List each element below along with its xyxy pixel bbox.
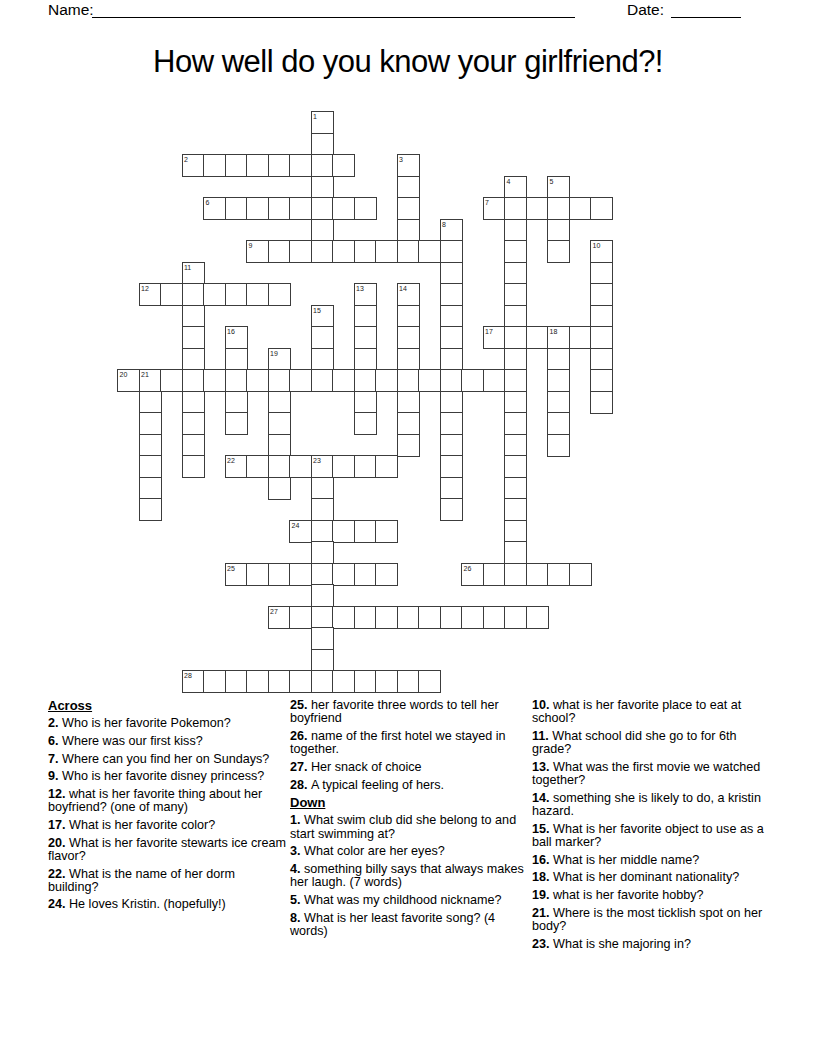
grid-cell <box>397 154 420 177</box>
grid-cell <box>182 348 205 371</box>
grid-cell <box>397 197 420 220</box>
clue-text: What is she majoring in? <box>553 937 691 951</box>
grid-cell <box>569 326 592 349</box>
across-clue-22: 22. What is the name of her dorm buildin… <box>48 868 288 894</box>
clue-text: He loves Kristin. (hopefully!) <box>69 897 226 911</box>
across-clue-26: 26. name of the first hotel we stayed in… <box>290 730 530 756</box>
grid-cell <box>268 412 291 435</box>
grid-cell <box>225 283 248 306</box>
grid-cell <box>332 670 355 693</box>
grid-cell <box>311 455 334 478</box>
grid-cell <box>139 391 162 414</box>
grid-cell <box>332 563 355 586</box>
grid-cell <box>268 670 291 693</box>
grid-cell <box>397 326 420 349</box>
grid-cell <box>397 305 420 328</box>
grid-cell <box>182 455 205 478</box>
grid-cell <box>311 627 334 650</box>
grid-cell <box>311 606 334 629</box>
grid-cell <box>547 240 570 263</box>
grid-cell <box>504 412 527 435</box>
grid-cell <box>397 369 420 392</box>
grid-cell <box>590 326 613 349</box>
clue-text: What was the first movie we watched toge… <box>532 760 760 787</box>
grid-cell <box>289 563 312 586</box>
grid-cell <box>289 606 312 629</box>
grid-cell <box>268 283 291 306</box>
grid-cell <box>354 305 377 328</box>
grid-cell <box>461 606 484 629</box>
grid-cell <box>311 111 334 134</box>
grid-cell <box>547 563 570 586</box>
grid-cell <box>332 455 355 478</box>
grid-cell <box>246 283 269 306</box>
grid-cell <box>526 606 549 629</box>
clue-number-label: 14. <box>532 791 553 805</box>
grid-cell <box>311 369 334 392</box>
grid-cell <box>182 369 205 392</box>
grid-cell <box>354 369 377 392</box>
grid-cell <box>547 348 570 371</box>
grid-cell <box>590 305 613 328</box>
down-clue-4: 4. something billy says that always make… <box>290 863 530 889</box>
down-clue-3: 3. What color are her eyes? <box>290 845 530 858</box>
grid-cell <box>440 434 463 457</box>
grid-cell <box>311 219 334 242</box>
grid-cell <box>483 326 506 349</box>
grid-cell <box>289 240 312 263</box>
clue-number-label: 7. <box>48 752 62 766</box>
name-label: Name: <box>48 1 94 19</box>
grid-cell <box>139 283 162 306</box>
grid-cell <box>504 541 527 564</box>
grid-cell <box>569 563 592 586</box>
grid-cell <box>440 326 463 349</box>
grid-cell <box>354 455 377 478</box>
across-clue-24: 24. He loves Kristin. (hopefully!) <box>48 898 288 911</box>
down-clue-10: 10. what is her favorite place to eat at… <box>532 699 772 725</box>
grid-cell <box>504 348 527 371</box>
grid-cell <box>504 176 527 199</box>
clue-text: What is the name of her dorm building? <box>48 867 235 894</box>
grid-cell <box>590 197 613 220</box>
clue-number-label: 12. <box>48 787 69 801</box>
grid-cell <box>246 563 269 586</box>
grid-cell <box>504 391 527 414</box>
clue-number-label: 20. <box>48 836 69 850</box>
grid-cell <box>504 520 527 543</box>
grid-cell <box>311 176 334 199</box>
grid-cell <box>225 455 248 478</box>
grid-cell <box>504 197 527 220</box>
grid-cell <box>311 133 334 156</box>
grid-cell <box>354 391 377 414</box>
worksheet-page: Name: Date: How well do you know your gi… <box>0 0 816 1056</box>
grid-cell <box>354 326 377 349</box>
clue-number-label: 5. <box>290 893 304 907</box>
grid-cell <box>182 305 205 328</box>
clue-number-label: 27. <box>290 760 311 774</box>
grid-cell <box>440 391 463 414</box>
grid-cell <box>590 262 613 285</box>
grid-cell <box>311 154 334 177</box>
grid-cell <box>246 154 269 177</box>
grid-cell <box>440 412 463 435</box>
grid-cell <box>504 563 527 586</box>
across-clue-17: 17. What is her favorite color? <box>48 819 288 832</box>
grid-cell <box>268 477 291 500</box>
grid-cell <box>268 434 291 457</box>
grid-cell <box>268 563 291 586</box>
grid-cell <box>289 197 312 220</box>
clue-number-label: 1. <box>290 813 304 827</box>
grid-cell <box>440 477 463 500</box>
grid-cell <box>397 240 420 263</box>
grid-cell <box>547 219 570 242</box>
date-blank-line <box>671 0 741 18</box>
grid-cell <box>182 262 205 285</box>
grid-cell <box>397 670 420 693</box>
clue-number-label: 6. <box>48 734 62 748</box>
down-clue-19: 19. what is her favorite hobby? <box>532 889 772 902</box>
grid-cell <box>397 219 420 242</box>
clue-number-label: 8. <box>290 911 304 925</box>
clue-column-2: 25. her favorite three words to tell her… <box>290 699 530 943</box>
grid-cell <box>504 283 527 306</box>
clue-text: What is her favorite object to use as a … <box>532 822 764 849</box>
grid-cell <box>590 283 613 306</box>
clue-text: What swim club did she belong to and sta… <box>290 813 516 840</box>
grid-cell <box>182 391 205 414</box>
down-clue-1: 1. What swim club did she belong to and … <box>290 814 530 840</box>
grid-cell <box>354 412 377 435</box>
grid-cell <box>440 369 463 392</box>
clue-text: what is her favorite thing about her boy… <box>48 787 262 814</box>
clue-number-label: 17. <box>48 818 69 832</box>
grid-cell <box>440 240 463 263</box>
clue-number-label: 19. <box>532 888 553 902</box>
grid-cell <box>375 670 398 693</box>
grid-cell <box>225 197 248 220</box>
clue-text: Who is her favorite disney princess? <box>62 769 264 783</box>
clue-text: name of the first hotel we stayed in tog… <box>290 729 506 756</box>
grid-cell <box>289 520 312 543</box>
grid-cell <box>504 219 527 242</box>
grid-cell <box>483 369 506 392</box>
grid-cell <box>225 670 248 693</box>
clue-number-label: 4. <box>290 862 304 876</box>
clue-number-label: 15. <box>532 822 553 836</box>
grid-cell <box>203 154 226 177</box>
grid-cell <box>139 498 162 521</box>
grid-cell <box>483 563 506 586</box>
grid-cell <box>225 391 248 414</box>
grid-cell <box>354 283 377 306</box>
grid-cell <box>268 369 291 392</box>
grid-cell <box>311 498 334 521</box>
grid-cell <box>354 670 377 693</box>
grid-cell <box>375 520 398 543</box>
down-clue-15: 15. What is her favorite object to use a… <box>532 823 772 849</box>
grid-cell <box>354 240 377 263</box>
grid-cell <box>547 391 570 414</box>
clue-text: What is her favorite stewarts ice cream … <box>48 836 286 863</box>
clue-number-label: 22. <box>48 867 69 881</box>
grid-cell <box>354 197 377 220</box>
grid-cell <box>268 455 291 478</box>
grid-cell <box>311 348 334 371</box>
grid-cell <box>311 541 334 564</box>
grid-cell <box>547 369 570 392</box>
grid-cell <box>418 670 441 693</box>
grid-cell <box>440 219 463 242</box>
grid-cell <box>246 240 269 263</box>
grid-cell <box>483 606 506 629</box>
header-row: Name: Date: <box>0 0 816 22</box>
clue-number-label: 18. <box>532 870 553 884</box>
grid-cell <box>483 197 506 220</box>
across-clue-7: 7. Where can you find her on Sundays? <box>48 753 288 766</box>
across-heading: Across <box>48 699 288 712</box>
grid-cell <box>504 434 527 457</box>
grid-cell <box>182 434 205 457</box>
grid-cell <box>268 240 291 263</box>
grid-cell <box>289 154 312 177</box>
down-clue-5: 5. What was my childhood nickname? <box>290 894 530 907</box>
grid-cell <box>182 412 205 435</box>
grid-cell <box>311 584 334 607</box>
clue-number-label: 3. <box>290 844 304 858</box>
grid-cell <box>332 240 355 263</box>
clue-text: What is her middle name? <box>553 853 699 867</box>
clue-text: What is her dominant nationality? <box>553 870 739 884</box>
clue-text: Her snack of choice <box>311 760 422 774</box>
grid-cell <box>268 391 291 414</box>
grid-cell <box>225 563 248 586</box>
grid-cell <box>440 455 463 478</box>
across-clue-6: 6. Where was our first kiss? <box>48 735 288 748</box>
clue-number-label: 23. <box>532 937 553 951</box>
grid-cell <box>375 563 398 586</box>
down-clue-23: 23. What is she majoring in? <box>532 938 772 951</box>
clue-text: what is her favorite place to eat at sch… <box>532 698 741 725</box>
page-title: How well do you know your girlfriend?! <box>0 44 816 80</box>
grid-cell <box>418 369 441 392</box>
grid-cell <box>354 563 377 586</box>
crossword-grid: 1234567891011121314151617181920212223242… <box>117 111 612 692</box>
grid-cell <box>139 434 162 457</box>
grid-cell <box>246 670 269 693</box>
grid-cell <box>440 498 463 521</box>
grid-cell <box>139 477 162 500</box>
grid-cell <box>547 326 570 349</box>
grid-cell <box>526 326 549 349</box>
down-heading: Down <box>290 796 530 809</box>
grid-cell <box>440 606 463 629</box>
clue-number-label: 16. <box>532 853 553 867</box>
clue-text: what is her favorite hobby? <box>553 888 704 902</box>
clue-number-label: 2. <box>48 716 62 730</box>
clue-text: Where can you find her on Sundays? <box>62 752 269 766</box>
grid-cell <box>160 283 183 306</box>
grid-cell <box>590 369 613 392</box>
grid-cell <box>139 455 162 478</box>
grid-cell <box>311 305 334 328</box>
across-clue-25: 25. her favorite three words to tell her… <box>290 699 530 725</box>
grid-cell <box>332 606 355 629</box>
grid-cell <box>440 348 463 371</box>
grid-cell <box>354 348 377 371</box>
grid-cell <box>182 670 205 693</box>
clue-text: Who is her favorite Pokemon? <box>62 716 231 730</box>
grid-cell <box>440 305 463 328</box>
across-clue-12: 12. what is her favorite thing about her… <box>48 788 288 814</box>
clue-column-1: Across2. Who is her favorite Pokemon?6. … <box>48 699 288 916</box>
down-clue-13: 13. What was the first movie we watched … <box>532 761 772 787</box>
grid-cell <box>547 434 570 457</box>
grid-cell <box>225 369 248 392</box>
grid-cell <box>225 348 248 371</box>
grid-cell <box>590 391 613 414</box>
grid-cell <box>397 283 420 306</box>
grid-cell <box>225 154 248 177</box>
grid-cell <box>440 283 463 306</box>
grid-cell <box>375 455 398 478</box>
grid-cell <box>547 197 570 220</box>
grid-cell <box>461 369 484 392</box>
grid-cell <box>504 326 527 349</box>
clue-text: Where is the most ticklish spot on her b… <box>532 906 762 933</box>
grid-cell <box>289 369 312 392</box>
grid-cell <box>397 176 420 199</box>
grid-cell <box>246 197 269 220</box>
grid-cell <box>246 455 269 478</box>
grid-cell <box>311 240 334 263</box>
grid-cell <box>203 283 226 306</box>
grid-cell <box>504 305 527 328</box>
grid-cell <box>504 262 527 285</box>
grid-cell <box>160 369 183 392</box>
clue-number-label: 28. <box>290 778 311 792</box>
clue-text: Where was our first kiss? <box>62 734 203 748</box>
clue-number-label: 10. <box>532 698 553 712</box>
clue-number-label: 24. <box>48 897 69 911</box>
grid-cell <box>547 412 570 435</box>
grid-cell <box>504 477 527 500</box>
grid-cell <box>397 391 420 414</box>
down-clue-8: 8. What is her least favorite song? (4 w… <box>290 912 530 938</box>
grid-cell <box>590 348 613 371</box>
clue-text: something she is likely to do, a kristin… <box>532 791 761 818</box>
clue-column-3: 10. what is her favorite place to eat at… <box>532 699 772 955</box>
clue-number-label: 26. <box>290 729 311 743</box>
grid-cell <box>311 520 334 543</box>
down-clue-14: 14. something she is likely to do, a kri… <box>532 792 772 818</box>
grid-cell <box>547 176 570 199</box>
grid-cell <box>268 197 291 220</box>
clue-text: something billy says that always makes h… <box>290 862 524 889</box>
grid-cell <box>289 670 312 693</box>
grid-cell <box>504 498 527 521</box>
grid-cell <box>117 369 140 392</box>
grid-cell <box>590 240 613 263</box>
grid-cell <box>225 412 248 435</box>
grid-cell <box>569 197 592 220</box>
date-label: Date: <box>627 1 664 19</box>
grid-cell <box>225 326 248 349</box>
grid-cell <box>418 240 441 263</box>
down-clue-21: 21. Where is the most ticklish spot on h… <box>532 907 772 933</box>
down-clue-18: 18. What is her dominant nationality? <box>532 871 772 884</box>
clue-number-label: 11. <box>532 729 552 743</box>
grid-cell <box>332 154 355 177</box>
grid-cell <box>268 348 291 371</box>
grid-cell <box>332 369 355 392</box>
grid-cell <box>354 606 377 629</box>
across-clue-28: 28. A typical feeling of hers. <box>290 779 530 792</box>
clue-text: A typical feeling of hers. <box>311 778 444 792</box>
grid-cell <box>504 606 527 629</box>
grid-cell <box>203 197 226 220</box>
clue-number-label: 9. <box>48 769 62 783</box>
clue-text: What school did she go to for 6th grade? <box>532 729 736 756</box>
across-clue-20: 20. What is her favorite stewarts ice cr… <box>48 837 288 863</box>
grid-cell <box>268 606 291 629</box>
grid-cell <box>311 477 334 500</box>
grid-cell <box>311 197 334 220</box>
grid-cell <box>289 455 312 478</box>
clue-number-label: 13. <box>532 760 553 774</box>
grid-cell <box>504 369 527 392</box>
grid-cell <box>397 434 420 457</box>
grid-cell <box>418 606 441 629</box>
grid-cell <box>246 369 269 392</box>
clue-text: What was my childhood nickname? <box>304 893 501 907</box>
grid-cell <box>397 348 420 371</box>
grid-cell <box>139 369 162 392</box>
clue-text: What is her least favorite song? (4 word… <box>290 911 495 938</box>
grid-cell <box>526 563 549 586</box>
grid-cell <box>268 154 291 177</box>
grid-cell <box>311 649 334 672</box>
grid-cell <box>397 606 420 629</box>
grid-cell <box>203 670 226 693</box>
grid-cell <box>461 563 484 586</box>
grid-cell <box>354 520 377 543</box>
clue-number-label: 25. <box>290 698 311 712</box>
grid-cell <box>182 283 205 306</box>
across-clue-27: 27. Her snack of choice <box>290 761 530 774</box>
grid-cell <box>504 455 527 478</box>
grid-cell <box>203 369 226 392</box>
grid-cell <box>504 240 527 263</box>
grid-cell <box>311 670 334 693</box>
down-clue-16: 16. What is her middle name? <box>532 854 772 867</box>
grid-cell <box>375 240 398 263</box>
grid-cell <box>397 412 420 435</box>
grid-cell <box>311 326 334 349</box>
down-clue-11: 11. What school did she go to for 6th gr… <box>532 730 772 756</box>
clue-text: What color are her eyes? <box>304 844 445 858</box>
clue-text: her favorite three words to tell her boy… <box>290 698 499 725</box>
grid-cell <box>440 262 463 285</box>
grid-cell <box>526 197 549 220</box>
grid-cell <box>182 326 205 349</box>
grid-cell <box>375 606 398 629</box>
grid-cell <box>139 412 162 435</box>
grid-cell <box>182 154 205 177</box>
clue-text: What is her favorite color? <box>69 818 215 832</box>
